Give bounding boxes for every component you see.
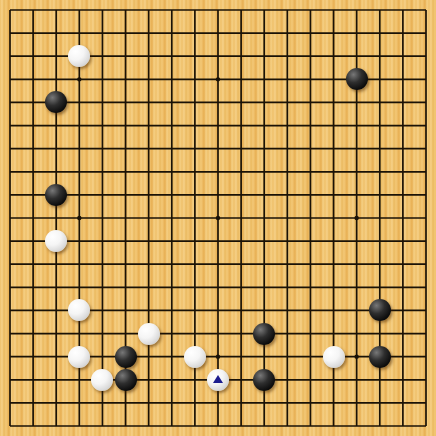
white-stone[interactable]	[138, 323, 160, 345]
black-stone[interactable]	[45, 184, 67, 206]
go-board[interactable]	[0, 0, 436, 436]
black-stone[interactable]	[253, 323, 275, 345]
white-stone[interactable]	[45, 230, 67, 252]
last-move-triangle-icon	[213, 375, 223, 383]
white-stone[interactable]	[323, 346, 345, 368]
stone-layer	[0, 0, 436, 436]
white-stone[interactable]	[68, 45, 90, 67]
black-stone[interactable]	[115, 346, 137, 368]
black-stone[interactable]	[253, 369, 275, 391]
white-stone[interactable]	[68, 346, 90, 368]
black-stone[interactable]	[369, 346, 391, 368]
black-stone[interactable]	[346, 68, 368, 90]
black-stone[interactable]	[115, 369, 137, 391]
white-stone[interactable]	[184, 346, 206, 368]
black-stone[interactable]	[369, 299, 391, 321]
white-stone[interactable]	[91, 369, 113, 391]
white-stone[interactable]	[68, 299, 90, 321]
black-stone[interactable]	[45, 91, 67, 113]
white-stone[interactable]	[207, 369, 229, 391]
